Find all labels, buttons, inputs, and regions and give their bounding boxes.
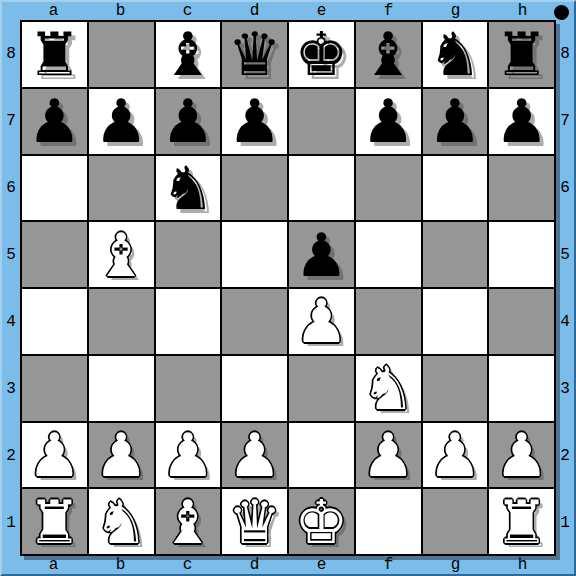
piece-white-pawn[interactable]: ♟	[489, 423, 554, 488]
square-e7[interactable]	[289, 89, 354, 154]
piece-black-pawn[interactable]: ♟	[22, 89, 87, 154]
coord-label-f: f	[355, 556, 422, 574]
square-f3[interactable]: ♞	[356, 356, 421, 421]
piece-black-king[interactable]: ♚	[289, 22, 354, 87]
square-f2[interactable]: ♟	[356, 423, 421, 488]
coord-label-h: h	[489, 556, 556, 574]
piece-black-pawn[interactable]: ♟	[356, 89, 421, 154]
piece-black-pawn[interactable]: ♟	[89, 89, 154, 154]
square-c5[interactable]	[156, 222, 221, 287]
coord-label-h: h	[489, 2, 556, 20]
coord-label-a: a	[20, 2, 87, 20]
square-f8[interactable]: ♝	[356, 22, 421, 87]
square-h6[interactable]	[489, 156, 554, 221]
piece-white-bishop[interactable]: ♝	[89, 222, 154, 287]
coord-label-5: 5	[2, 221, 20, 288]
coord-label-3: 3	[556, 355, 574, 422]
square-d1[interactable]: ♛	[222, 489, 287, 554]
square-h3[interactable]	[489, 356, 554, 421]
square-a3[interactable]	[22, 356, 87, 421]
square-f7[interactable]: ♟	[356, 89, 421, 154]
square-e2[interactable]	[289, 423, 354, 488]
square-g6[interactable]	[423, 156, 488, 221]
square-c1[interactable]: ♝	[156, 489, 221, 554]
coord-label-g: g	[422, 2, 489, 20]
coord-label-b: b	[87, 556, 154, 574]
piece-black-rook[interactable]: ♜	[489, 22, 554, 87]
rank-labels-left: 87654321	[2, 20, 20, 556]
piece-white-knight[interactable]: ♞	[89, 489, 154, 554]
coord-label-b: b	[87, 2, 154, 20]
piece-white-king[interactable]: ♚	[289, 489, 354, 554]
coord-label-d: d	[221, 556, 288, 574]
coord-label-1: 1	[2, 489, 20, 556]
coord-label-5: 5	[556, 221, 574, 288]
square-b2[interactable]: ♟	[89, 423, 154, 488]
square-d5[interactable]	[222, 222, 287, 287]
piece-black-pawn[interactable]: ♟	[489, 89, 554, 154]
square-g2[interactable]: ♟	[423, 423, 488, 488]
coord-label-c: c	[154, 2, 221, 20]
square-g4[interactable]	[423, 289, 488, 354]
square-c8[interactable]: ♝	[156, 22, 221, 87]
square-b5[interactable]: ♝	[89, 222, 154, 287]
piece-black-pawn[interactable]: ♟	[289, 222, 354, 287]
square-c3[interactable]	[156, 356, 221, 421]
square-h7[interactable]: ♟	[489, 89, 554, 154]
black-to-move-indicator-icon	[554, 5, 569, 20]
piece-white-pawn[interactable]: ♟	[356, 423, 421, 488]
square-c6[interactable]: ♞	[156, 156, 221, 221]
coord-label-8: 8	[556, 20, 574, 87]
square-e6[interactable]	[289, 156, 354, 221]
square-d7[interactable]: ♟	[222, 89, 287, 154]
coord-label-8: 8	[2, 20, 20, 87]
square-c2[interactable]: ♟	[156, 423, 221, 488]
square-d2[interactable]: ♟	[222, 423, 287, 488]
file-labels-bottom: abcdefgh	[20, 556, 556, 574]
square-a1[interactable]: ♜	[22, 489, 87, 554]
square-b1[interactable]: ♞	[89, 489, 154, 554]
square-b3[interactable]	[89, 356, 154, 421]
coord-label-3: 3	[2, 355, 20, 422]
piece-white-pawn[interactable]: ♟	[156, 423, 221, 488]
square-a2[interactable]: ♟	[22, 423, 87, 488]
piece-black-pawn[interactable]: ♟	[423, 89, 488, 154]
square-h1[interactable]: ♜	[489, 489, 554, 554]
piece-white-pawn[interactable]: ♟	[222, 423, 287, 488]
coord-label-f: f	[355, 2, 422, 20]
square-h4[interactable]	[489, 289, 554, 354]
square-e1[interactable]: ♚	[289, 489, 354, 554]
file-labels-top: abcdefgh	[20, 2, 556, 20]
square-e5[interactable]: ♟	[289, 222, 354, 287]
coord-label-c: c	[154, 556, 221, 574]
piece-white-rook[interactable]: ♜	[22, 489, 87, 554]
coord-label-4: 4	[556, 288, 574, 355]
square-a4[interactable]	[22, 289, 87, 354]
square-b6[interactable]	[89, 156, 154, 221]
coord-label-1: 1	[556, 489, 574, 556]
coord-label-g: g	[422, 556, 489, 574]
piece-white-pawn[interactable]: ♟	[423, 423, 488, 488]
square-f4[interactable]	[356, 289, 421, 354]
square-f6[interactable]	[356, 156, 421, 221]
piece-black-bishop[interactable]: ♝	[356, 22, 421, 87]
board-frame: abcdefgh abcdefgh 87654321 87654321 ♜♝♛♚…	[0, 0, 576, 576]
piece-white-pawn[interactable]: ♟	[289, 289, 354, 354]
coord-label-2: 2	[556, 422, 574, 489]
rank-labels-right: 87654321	[556, 20, 574, 556]
piece-white-knight[interactable]: ♞	[356, 356, 421, 421]
coord-label-e: e	[288, 2, 355, 20]
square-g5[interactable]	[423, 222, 488, 287]
piece-black-rook[interactable]: ♜	[22, 22, 87, 87]
square-d6[interactable]	[222, 156, 287, 221]
piece-black-pawn[interactable]: ♟	[222, 89, 287, 154]
square-f1[interactable]	[356, 489, 421, 554]
piece-black-knight[interactable]: ♞	[156, 156, 221, 221]
square-h5[interactable]	[489, 222, 554, 287]
coord-label-6: 6	[2, 154, 20, 221]
square-e4[interactable]: ♟	[289, 289, 354, 354]
piece-black-pawn[interactable]: ♟	[156, 89, 221, 154]
coord-label-2: 2	[2, 422, 20, 489]
piece-white-pawn[interactable]: ♟	[22, 423, 87, 488]
coord-label-a: a	[20, 556, 87, 574]
square-a6[interactable]	[22, 156, 87, 221]
square-e3[interactable]	[289, 356, 354, 421]
square-c7[interactable]: ♟	[156, 89, 221, 154]
coord-label-7: 7	[556, 87, 574, 154]
piece-black-queen[interactable]: ♛	[222, 22, 287, 87]
square-g1[interactable]	[423, 489, 488, 554]
square-h2[interactable]: ♟	[489, 423, 554, 488]
square-d8[interactable]: ♛	[222, 22, 287, 87]
piece-black-knight[interactable]: ♞	[423, 22, 488, 87]
square-e8[interactable]: ♚	[289, 22, 354, 87]
square-b4[interactable]	[89, 289, 154, 354]
square-g7[interactable]: ♟	[423, 89, 488, 154]
square-d3[interactable]	[222, 356, 287, 421]
coord-label-7: 7	[2, 87, 20, 154]
square-a5[interactable]	[22, 222, 87, 287]
square-b7[interactable]: ♟	[89, 89, 154, 154]
square-f5[interactable]	[356, 222, 421, 287]
square-a8[interactable]: ♜	[22, 22, 87, 87]
chess-board: ♜♝♛♚♝♞♜♟♟♟♟♟♟♟♞♝♟♟♞♟♟♟♟♟♟♟♜♞♝♛♚♜	[20, 20, 556, 556]
square-g3[interactable]	[423, 356, 488, 421]
square-c4[interactable]	[156, 289, 221, 354]
piece-white-pawn[interactable]: ♟	[89, 423, 154, 488]
coord-label-4: 4	[2, 288, 20, 355]
coord-label-d: d	[221, 2, 288, 20]
square-b8[interactable]	[89, 22, 154, 87]
square-d4[interactable]	[222, 289, 287, 354]
coord-label-e: e	[288, 556, 355, 574]
piece-white-rook[interactable]: ♜	[489, 489, 554, 554]
piece-black-bishop[interactable]: ♝	[156, 22, 221, 87]
coord-label-6: 6	[556, 154, 574, 221]
square-g8[interactable]: ♞	[423, 22, 488, 87]
square-h8[interactable]: ♜	[489, 22, 554, 87]
piece-white-queen[interactable]: ♛	[222, 489, 287, 554]
square-a7[interactable]: ♟	[22, 89, 87, 154]
piece-white-bishop[interactable]: ♝	[156, 489, 221, 554]
